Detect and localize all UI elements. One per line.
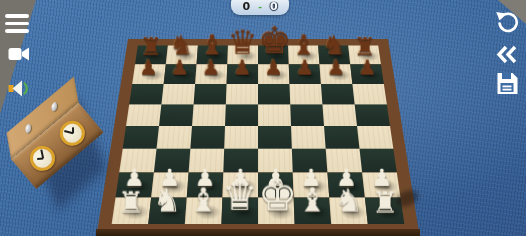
clock-button-left[interactable] [25,122,32,134]
piece-black-queen[interactable]: ♛ [227,26,258,59]
square-c1[interactable]: ♝ [185,198,223,224]
square-f4[interactable] [291,126,326,149]
double-chevron-left-icon [494,52,518,67]
square-c7[interactable]: ♟ [195,64,227,84]
chess-board[interactable]: ♜♞♝♛♚♝♞♜♟♟♟♟♟♟♟♟♟♟♟♟♟♟♟♟♜♞♝♛♚♝♞♜ [97,39,420,234]
score-white: 0 [242,0,250,13]
piece-white-bishop[interactable]: ♝ [185,183,221,216]
square-e1[interactable]: ♚ [258,198,295,224]
square-h7[interactable]: ♟ [350,64,384,84]
square-e4[interactable] [258,126,292,149]
score-separator: - [258,1,262,13]
square-a1[interactable]: ♜ [112,198,151,224]
video-camera-icon [8,51,30,66]
rewind-button[interactable] [494,45,518,67]
square-b7[interactable]: ♟ [164,64,197,84]
piece-black-pawn[interactable]: ♟ [321,57,352,78]
speaker-volume-icon [7,88,34,103]
piece-black-pawn[interactable]: ♟ [289,57,320,78]
square-h5[interactable] [355,104,390,126]
camera-button[interactable] [8,45,30,66]
square-g5[interactable] [322,104,357,126]
square-f6[interactable] [289,84,322,105]
square-f5[interactable] [290,104,324,126]
square-c6[interactable] [194,84,227,105]
piece-black-king[interactable]: ♚ [258,22,289,59]
sound-button[interactable] [7,77,34,103]
restart-circular-arrow-icon [495,21,519,36]
piece-white-rook[interactable]: ♜ [113,187,149,217]
restart-button[interactable] [495,8,519,36]
square-f1[interactable]: ♝ [294,198,332,224]
square-h4[interactable] [357,126,393,149]
clock-dial-left [25,141,60,176]
square-b5[interactable] [159,104,194,126]
piece-white-king[interactable]: ♚ [258,172,294,216]
floppy-save-icon [496,84,519,99]
square-d4[interactable] [224,126,258,149]
square-b4[interactable] [157,126,192,149]
clock-button-right[interactable] [51,100,58,112]
score-display: 0 - 0 [231,0,289,15]
square-g6[interactable] [321,84,355,105]
square-d5[interactable] [225,104,258,126]
piece-black-pawn[interactable]: ♟ [164,57,195,78]
square-g1[interactable]: ♞ [329,198,368,224]
square-d6[interactable] [226,84,258,105]
square-d7[interactable]: ♟ [227,64,258,84]
square-b1[interactable]: ♞ [148,198,187,224]
square-a6[interactable] [129,84,163,105]
square-e7[interactable]: ♟ [258,64,289,84]
piece-black-pawn[interactable]: ♟ [133,57,164,78]
square-g7[interactable]: ♟ [319,64,352,84]
square-a7[interactable]: ♟ [132,64,166,84]
piece-white-queen[interactable]: ♛ [222,177,258,217]
piece-black-pawn[interactable]: ♟ [258,57,289,78]
square-b6[interactable] [161,84,195,105]
piece-black-pawn[interactable]: ♟ [195,57,226,78]
save-button[interactable] [496,71,519,99]
square-c4[interactable] [190,126,225,149]
chess-app-screen: ♜♞♝♛♚♝♞♜♟♟♟♟♟♟♟♟♟♟♟♟♟♟♟♟♜♞♝♛♚♝♞♜ 0 - 0 [0,0,526,236]
piece-black-pawn[interactable]: ♟ [352,57,383,78]
square-a5[interactable] [126,104,161,126]
piece-black-pawn[interactable]: ♟ [227,57,258,78]
clock-dial-right [55,116,90,151]
square-g4[interactable] [324,126,359,149]
menu-button[interactable] [5,14,29,33]
square-c5[interactable] [192,104,226,126]
board-front-edge [96,229,420,236]
square-d1[interactable]: ♛ [221,198,258,224]
piece-white-bishop[interactable]: ♝ [294,183,330,216]
square-f7[interactable]: ♟ [289,64,321,84]
square-e6[interactable] [258,84,290,105]
piece-white-knight[interactable]: ♞ [331,184,367,216]
score-black: 0 [270,0,278,13]
square-e5[interactable] [258,104,291,126]
square-h6[interactable] [352,84,386,105]
square-a4[interactable] [123,126,159,149]
piece-white-knight[interactable]: ♞ [149,184,185,216]
hamburger-menu-icon [5,14,29,33]
